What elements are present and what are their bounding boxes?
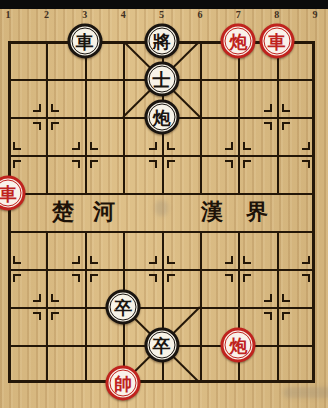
point-marker [225,256,251,282]
marker-corner [90,160,98,168]
marker-corner [302,142,310,150]
piece-glyph: 卒 [153,336,171,354]
marker-corner [282,104,290,112]
point-marker [264,104,290,130]
marker-corner [13,256,21,264]
piece-glyph: 車 [0,184,17,202]
river-label-char: 漢 [201,197,223,227]
marker-corner [72,256,80,264]
piece-black-advisor[interactable]: 士 [144,62,179,97]
piece-black-general[interactable]: 將 [144,24,179,59]
marker-corner [72,160,80,168]
marker-corner [225,274,233,282]
river-label-char: 楚 [52,197,74,227]
file-coordinate-label: 1 [6,9,11,20]
marker-corner [13,160,21,168]
piece-glyph: 炮 [229,336,247,354]
piece-red-cannon-b[interactable]: 炮 [221,328,256,363]
marker-corner [282,294,290,302]
marker-corner [264,312,272,320]
marker-corner [302,160,310,168]
marker-corner [149,256,157,264]
marker-corner [167,160,175,168]
marker-corner [149,142,157,150]
marker-corner [149,274,157,282]
file-coordinate-label: 7 [236,9,241,20]
marker-corner [33,312,41,320]
piece-glyph: 炮 [153,108,171,126]
marker-corner [243,256,251,264]
marker-corner [282,122,290,130]
marker-corner [90,274,98,282]
piece-red-cannon-a[interactable]: 炮 [221,24,256,59]
marker-corner [167,256,175,264]
point-marker [149,256,175,282]
piece-glyph: 車 [268,32,286,50]
file-coordinate-label: 2 [44,9,49,20]
marker-corner [72,142,80,150]
marker-corner [167,142,175,150]
piece-red-chariot-a[interactable]: 車 [259,24,294,59]
river-label-char: 河 [93,197,115,227]
marker-corner [243,142,251,150]
file-coordinate-label: 3 [82,9,87,20]
marker-corner [51,122,59,130]
marker-corner [264,294,272,302]
marker-corner [225,256,233,264]
piece-black-cannon[interactable]: 炮 [144,100,179,135]
marker-corner [33,294,41,302]
file-coordinate-label: 5 [159,9,164,20]
marker-corner [13,274,21,282]
file-coordinate-label: 4 [121,9,126,20]
piece-glyph: 將 [153,32,171,50]
marker-corner [225,160,233,168]
marker-corner [72,274,80,282]
piece-black-soldier-b[interactable]: 卒 [144,328,179,363]
point-marker [149,142,175,168]
marker-corner [90,142,98,150]
xiangqi-board-screen: 123456789 楚河漢界 車將炮車士炮車卒卒炮帥 [0,0,328,408]
marker-corner [243,160,251,168]
file-coordinate-label: 8 [274,9,279,20]
point-marker [302,256,328,282]
point-marker [0,256,21,282]
river-smudge [155,200,168,216]
piece-glyph: 炮 [229,32,247,50]
marker-corner [243,274,251,282]
marker-corner [51,294,59,302]
piece-glyph: 士 [153,70,171,88]
marker-corner [167,274,175,282]
file-coordinate-label: 9 [313,9,318,20]
point-marker [72,142,98,168]
marker-corner [33,122,41,130]
marker-corner [33,104,41,112]
marker-corner [51,312,59,320]
marker-corner [264,122,272,130]
piece-glyph: 車 [76,32,94,50]
point-marker [72,256,98,282]
file-coordinate-label: 6 [197,9,202,20]
marker-corner [13,142,21,150]
point-marker [225,142,251,168]
piece-black-chariot[interactable]: 車 [67,24,102,59]
marker-corner [51,104,59,112]
piece-glyph: 帥 [114,374,132,392]
watermark-smudge [283,387,328,398]
marker-corner [225,142,233,150]
point-marker [264,294,290,320]
point-marker [33,104,59,130]
point-marker [302,142,328,168]
marker-corner [264,104,272,112]
marker-corner [149,160,157,168]
point-marker [33,294,59,320]
marker-corner [90,256,98,264]
point-marker [0,142,21,168]
river-label-char: 界 [246,197,268,227]
marker-corner [282,312,290,320]
piece-black-soldier-a[interactable]: 卒 [106,290,141,325]
piece-glyph: 卒 [114,298,132,316]
piece-red-general[interactable]: 帥 [106,366,141,401]
marker-corner [302,256,310,264]
marker-corner [302,274,310,282]
